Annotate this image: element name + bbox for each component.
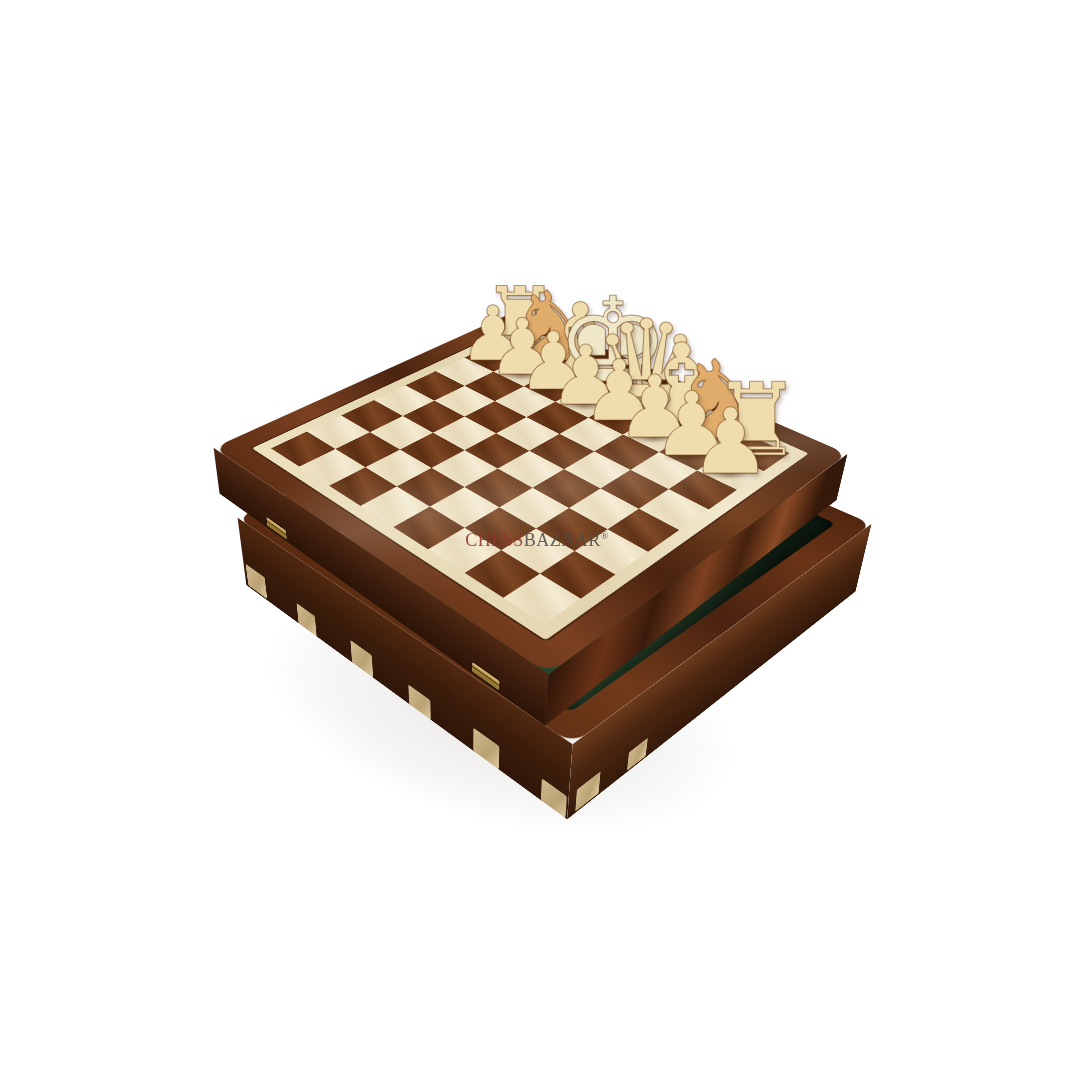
board-square bbox=[397, 468, 465, 507]
watermark-brand-gray: BAZAAR bbox=[524, 530, 601, 550]
watermark-brand-red: CHESS bbox=[465, 530, 524, 550]
product-photo-stage: CHESSBAZAAR® ♜♞♝♚♛♝♞♜♟♟♟♟♟♟♟♟ bbox=[0, 0, 1080, 1080]
board-square bbox=[601, 470, 669, 509]
board-square bbox=[608, 509, 680, 552]
board-square bbox=[639, 489, 709, 530]
board-square bbox=[533, 469, 601, 508]
board-square bbox=[465, 469, 533, 508]
watermark: CHESSBAZAAR® bbox=[465, 530, 609, 551]
board-square bbox=[430, 487, 500, 528]
board-square bbox=[669, 470, 737, 509]
board-square bbox=[540, 551, 615, 599]
board-square bbox=[329, 467, 397, 506]
board-square bbox=[465, 550, 540, 598]
registered-mark: ® bbox=[601, 530, 609, 541]
board-square bbox=[503, 574, 580, 624]
board-square bbox=[360, 486, 429, 527]
board-square bbox=[499, 488, 569, 529]
board-square bbox=[393, 507, 464, 550]
board-square bbox=[569, 488, 639, 529]
